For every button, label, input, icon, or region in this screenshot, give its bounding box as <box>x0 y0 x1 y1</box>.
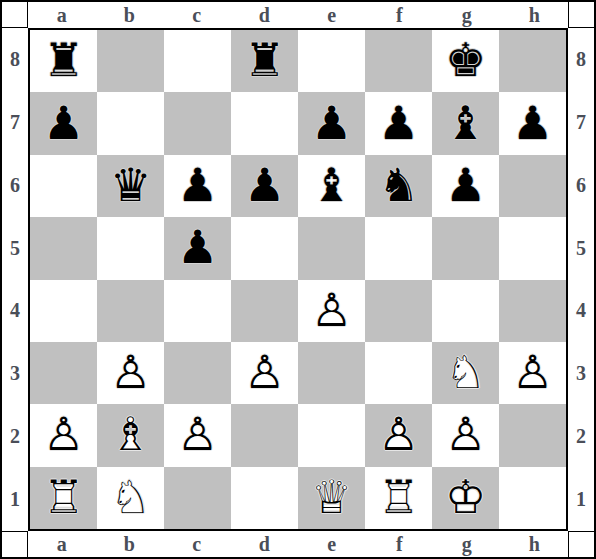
square-h6[interactable] <box>499 155 566 217</box>
square-e3[interactable] <box>298 342 365 404</box>
square-e7[interactable]: ♟ <box>298 92 365 154</box>
rank-label-left-8: 8 <box>2 28 28 91</box>
black-pawn-c6[interactable]: ♟ <box>177 162 218 208</box>
rank-label-right-2: 2 <box>568 405 594 468</box>
square-g7[interactable]: ♝ <box>432 92 499 154</box>
square-c1[interactable] <box>164 467 231 529</box>
square-f7[interactable]: ♟ <box>365 92 432 154</box>
square-d5[interactable] <box>231 217 298 279</box>
black-pawn-e7[interactable]: ♟ <box>311 100 352 146</box>
square-g4[interactable] <box>432 280 499 342</box>
square-f8[interactable] <box>365 30 432 92</box>
file-label-bottom-a: a <box>28 531 96 557</box>
white-knight-g3[interactable]: ♞♘ <box>445 349 486 395</box>
white-pawn-b3[interactable]: ♟♙ <box>110 349 151 395</box>
square-c7[interactable] <box>164 92 231 154</box>
square-e2[interactable] <box>298 404 365 466</box>
corner-bottom-right <box>568 531 594 557</box>
square-d2[interactable] <box>231 404 298 466</box>
square-d8[interactable]: ♜ <box>231 30 298 92</box>
rank-labels-left: 87654321 <box>2 28 28 531</box>
square-h8[interactable] <box>499 30 566 92</box>
white-pawn-c2[interactable]: ♟♙ <box>177 411 218 457</box>
file-label-bottom-h: h <box>501 531 569 557</box>
piece-outline: ♘ <box>445 345 486 399</box>
rank-label-right-7: 7 <box>568 91 594 154</box>
black-pawn-h7[interactable]: ♟ <box>512 100 553 146</box>
square-d6[interactable]: ♟ <box>231 155 298 217</box>
piece-outline: ♙ <box>43 407 84 461</box>
chess-board: ♜♜♚♟♟♟♝♟♛♟♟♝♞♟♟♟♙♟♙♟♙♞♘♟♙♟♙♝♗♟♙♟♙♟♙♜♖♞♘♛… <box>28 28 568 531</box>
rank-label-right-5: 5 <box>568 217 594 280</box>
rank-label-left-6: 6 <box>2 154 28 217</box>
square-g8[interactable]: ♚ <box>432 30 499 92</box>
square-b4[interactable] <box>97 280 164 342</box>
square-b1[interactable]: ♞♘ <box>97 467 164 529</box>
square-a2[interactable]: ♟♙ <box>30 404 97 466</box>
file-label-bottom-d: d <box>231 531 299 557</box>
piece-outline: ♙ <box>110 345 151 399</box>
file-label-top-b: b <box>96 2 164 28</box>
rank-label-right-3: 3 <box>568 342 594 405</box>
file-labels-bottom: abcdefgh <box>28 531 568 557</box>
file-label-top-a: a <box>28 2 96 28</box>
rank-label-left-4: 4 <box>2 280 28 343</box>
piece-outline: ♙ <box>378 407 419 461</box>
rank-label-left-2: 2 <box>2 405 28 468</box>
file-label-bottom-c: c <box>163 531 231 557</box>
square-f2[interactable]: ♟♙ <box>365 404 432 466</box>
file-label-top-e: e <box>298 2 366 28</box>
piece-outline: ♙ <box>177 407 218 461</box>
rank-label-left-3: 3 <box>2 342 28 405</box>
piece-outline: ♙ <box>445 407 486 461</box>
square-b7[interactable] <box>97 92 164 154</box>
square-h3[interactable]: ♟♙ <box>499 342 566 404</box>
square-a5[interactable] <box>30 217 97 279</box>
square-e8[interactable] <box>298 30 365 92</box>
white-knight-b1[interactable]: ♞♘ <box>110 474 151 520</box>
black-rook-a8[interactable]: ♜ <box>43 37 84 83</box>
square-b5[interactable] <box>97 217 164 279</box>
piece-outline: ♗ <box>110 407 151 461</box>
square-h1[interactable] <box>499 467 566 529</box>
square-g2[interactable]: ♟♙ <box>432 404 499 466</box>
square-e4[interactable]: ♟♙ <box>298 280 365 342</box>
square-d4[interactable] <box>231 280 298 342</box>
square-h5[interactable] <box>499 217 566 279</box>
square-d3[interactable]: ♟♙ <box>231 342 298 404</box>
white-pawn-d3[interactable]: ♟♙ <box>244 349 285 395</box>
file-label-bottom-f: f <box>366 531 434 557</box>
white-rook-f1[interactable]: ♜♖ <box>378 474 419 520</box>
rank-label-left-7: 7 <box>2 91 28 154</box>
piece-outline: ♖ <box>43 470 84 524</box>
black-bishop-e6[interactable]: ♝ <box>311 162 352 208</box>
piece-outline: ♔ <box>445 470 486 524</box>
white-rook-a1[interactable]: ♜♖ <box>43 474 84 520</box>
square-c3[interactable] <box>164 342 231 404</box>
rank-labels-right: 87654321 <box>568 28 594 531</box>
square-g3[interactable]: ♞♘ <box>432 342 499 404</box>
square-h4[interactable] <box>499 280 566 342</box>
rank-label-right-8: 8 <box>568 28 594 91</box>
square-f6[interactable]: ♞ <box>365 155 432 217</box>
rank-label-left-5: 5 <box>2 217 28 280</box>
square-c6[interactable]: ♟ <box>164 155 231 217</box>
white-pawn-f2[interactable]: ♟♙ <box>378 411 419 457</box>
square-e5[interactable] <box>298 217 365 279</box>
black-king-g8[interactable]: ♚ <box>445 37 486 83</box>
black-bishop-g7[interactable]: ♝ <box>445 100 486 146</box>
square-c5[interactable]: ♟ <box>164 217 231 279</box>
square-f4[interactable] <box>365 280 432 342</box>
piece-outline: ♕ <box>311 470 352 524</box>
rank-label-right-4: 4 <box>568 280 594 343</box>
rank-label-right-6: 6 <box>568 154 594 217</box>
white-pawn-g2[interactable]: ♟♙ <box>445 411 486 457</box>
rank-label-left-1: 1 <box>2 468 28 531</box>
black-pawn-f7[interactable]: ♟ <box>378 100 419 146</box>
square-b8[interactable] <box>97 30 164 92</box>
square-a7[interactable]: ♟ <box>30 92 97 154</box>
white-queen-e1[interactable]: ♛♕ <box>311 474 352 520</box>
square-a3[interactable] <box>30 342 97 404</box>
file-label-bottom-e: e <box>298 531 366 557</box>
square-c4[interactable] <box>164 280 231 342</box>
piece-outline: ♙ <box>311 283 352 337</box>
file-label-top-d: d <box>231 2 299 28</box>
square-f3[interactable] <box>365 342 432 404</box>
piece-outline: ♖ <box>378 470 419 524</box>
file-labels-top: abcdefgh <box>28 2 568 28</box>
rank-label-right-1: 1 <box>568 468 594 531</box>
black-queen-b6[interactable]: ♛ <box>110 162 151 208</box>
file-label-top-c: c <box>163 2 231 28</box>
black-pawn-c5[interactable]: ♟ <box>177 224 218 270</box>
square-f1[interactable]: ♜♖ <box>365 467 432 529</box>
square-a4[interactable] <box>30 280 97 342</box>
file-label-bottom-b: b <box>96 531 164 557</box>
square-c8[interactable] <box>164 30 231 92</box>
square-f5[interactable] <box>365 217 432 279</box>
corner-bottom-left <box>2 531 28 557</box>
black-rook-d8[interactable]: ♜ <box>244 37 285 83</box>
square-b6[interactable]: ♛ <box>97 155 164 217</box>
square-a6[interactable] <box>30 155 97 217</box>
black-pawn-a7[interactable]: ♟ <box>43 100 84 146</box>
square-a1[interactable]: ♜♖ <box>30 467 97 529</box>
square-d7[interactable] <box>231 92 298 154</box>
black-pawn-d6[interactable]: ♟ <box>244 162 285 208</box>
square-d1[interactable] <box>231 467 298 529</box>
square-e6[interactable]: ♝ <box>298 155 365 217</box>
piece-outline: ♙ <box>512 345 553 399</box>
square-h7[interactable]: ♟ <box>499 92 566 154</box>
piece-outline: ♘ <box>110 470 151 524</box>
square-c2[interactable]: ♟♙ <box>164 404 231 466</box>
black-pawn-g6[interactable]: ♟ <box>445 162 486 208</box>
square-h2[interactable] <box>499 404 566 466</box>
square-e1[interactable]: ♛♕ <box>298 467 365 529</box>
chess-diagram: abcdefgh 87654321 ♜♜♚♟♟♟♝♟♛♟♟♝♞♟♟♟♙♟♙♟♙♞… <box>0 0 596 559</box>
square-g5[interactable] <box>432 217 499 279</box>
square-g1[interactable]: ♚♔ <box>432 467 499 529</box>
corner-top-left <box>2 2 28 28</box>
file-label-top-g: g <box>433 2 501 28</box>
white-king-g1[interactable]: ♚♔ <box>445 474 486 520</box>
white-pawn-a2[interactable]: ♟♙ <box>43 411 84 457</box>
piece-outline: ♙ <box>244 345 285 399</box>
white-pawn-h3[interactable]: ♟♙ <box>512 349 553 395</box>
square-b3[interactable]: ♟♙ <box>97 342 164 404</box>
square-b2[interactable]: ♝♗ <box>97 404 164 466</box>
corner-top-right <box>568 2 594 28</box>
square-g6[interactable]: ♟ <box>432 155 499 217</box>
file-label-top-f: f <box>366 2 434 28</box>
file-label-bottom-g: g <box>433 531 501 557</box>
black-knight-f6[interactable]: ♞ <box>378 162 419 208</box>
square-a8[interactable]: ♜ <box>30 30 97 92</box>
file-label-top-h: h <box>501 2 569 28</box>
white-bishop-b2[interactable]: ♝♗ <box>110 411 151 457</box>
white-pawn-e4[interactable]: ♟♙ <box>311 287 352 333</box>
